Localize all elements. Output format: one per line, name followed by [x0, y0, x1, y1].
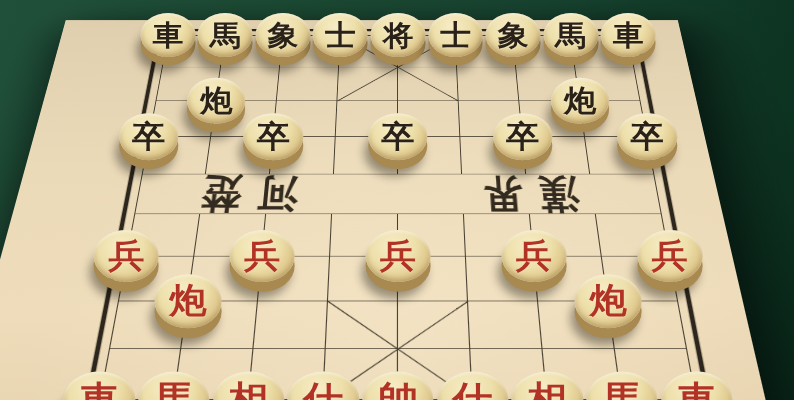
grid-cell	[468, 301, 543, 349]
piece-disc: 炮	[575, 275, 642, 328]
table-felt: 楚河 界漢 車馬象士将士象馬車炮炮卒卒卒卒卒兵兵兵兵兵炮炮車馬相仕帥仕相馬車	[0, 0, 794, 400]
grid-cell	[398, 67, 459, 101]
piece-red-cannon[interactable]: 炮	[575, 275, 642, 328]
piece-red-advisor[interactable]: 仕	[288, 372, 359, 400]
piece-disc: 象	[255, 13, 310, 57]
grid-cell	[134, 174, 206, 214]
piece-character: 馬	[210, 21, 241, 49]
piece-red-advisor[interactable]: 仕	[437, 372, 508, 400]
piece-character: 炮	[589, 284, 626, 318]
piece-disc: 兵	[366, 231, 431, 283]
piece-character: 象	[268, 21, 299, 49]
piece-disc: 卒	[493, 113, 552, 161]
grid-cell	[337, 67, 398, 101]
piece-disc: 帥	[362, 372, 433, 400]
piece-red-general[interactable]: 帥	[362, 372, 433, 400]
piece-red-horse[interactable]: 馬	[586, 372, 657, 400]
piece-disc: 兵	[637, 231, 702, 283]
piece-red-chariot[interactable]: 車	[661, 372, 732, 400]
river-character: 河	[256, 175, 299, 214]
piece-character: 炮	[169, 284, 206, 318]
piece-disc: 車	[140, 13, 195, 57]
piece-red-soldier[interactable]: 兵	[94, 231, 159, 283]
piece-black-soldier[interactable]: 卒	[493, 113, 552, 161]
piece-character: 士	[325, 21, 356, 49]
piece-black-chariot[interactable]: 車	[140, 13, 195, 57]
river-character: 楚	[199, 175, 244, 214]
piece-disc: 炮	[187, 78, 245, 124]
piece-character: 兵	[516, 240, 552, 273]
piece-character: 車	[152, 21, 183, 49]
piece-character: 馬	[555, 21, 586, 49]
piece-black-soldier[interactable]: 卒	[368, 113, 427, 161]
piece-character: 卒	[257, 121, 290, 152]
piece-character: 炮	[200, 86, 232, 116]
grid-cell	[332, 174, 398, 214]
piece-disc: 車	[601, 13, 656, 57]
piece-character: 相	[527, 382, 567, 400]
piece-character: 兵	[108, 240, 144, 273]
piece-disc: 車	[661, 372, 732, 400]
piece-character: 仕	[453, 382, 493, 400]
piece-disc: 兵	[501, 231, 566, 283]
piece-disc: 相	[213, 372, 284, 400]
piece-disc: 士	[313, 13, 368, 57]
grid-cell	[398, 174, 464, 214]
piece-disc: 炮	[154, 275, 221, 328]
piece-character: 卒	[132, 121, 165, 152]
piece-black-elephant[interactable]: 象	[255, 13, 310, 57]
piece-black-general[interactable]: 将	[371, 13, 426, 57]
piece-disc: 卒	[244, 113, 303, 161]
piece-disc: 仕	[288, 372, 359, 400]
piece-black-chariot[interactable]: 車	[601, 13, 656, 57]
piece-red-soldier[interactable]: 兵	[637, 231, 702, 283]
piece-red-horse[interactable]: 馬	[138, 372, 209, 400]
piece-red-chariot[interactable]: 車	[64, 372, 135, 400]
piece-black-cannon[interactable]: 炮	[551, 78, 609, 124]
piece-disc: 卒	[618, 113, 677, 161]
river-character: 界	[482, 175, 525, 214]
piece-red-soldier[interactable]: 兵	[501, 231, 566, 283]
piece-character: 卒	[631, 121, 664, 152]
grid-cell	[398, 301, 470, 349]
piece-character: 兵	[380, 240, 416, 273]
piece-red-soldier[interactable]: 兵	[230, 231, 295, 283]
piece-disc: 兵	[94, 231, 159, 283]
piece-disc: 仕	[437, 372, 508, 400]
piece-character: 馬	[602, 382, 642, 400]
piece-character: 将	[383, 21, 414, 49]
piece-black-horse[interactable]: 馬	[543, 13, 598, 57]
piece-black-cannon[interactable]: 炮	[187, 78, 245, 124]
piece-character: 士	[440, 21, 471, 49]
piece-disc: 将	[371, 13, 426, 57]
xiangqi-board: 楚河 界漢	[0, 20, 786, 400]
piece-red-cannon[interactable]: 炮	[154, 275, 221, 328]
piece-black-horse[interactable]: 馬	[198, 13, 253, 57]
piece-character: 卒	[381, 121, 414, 152]
piece-disc: 馬	[198, 13, 253, 57]
piece-black-soldier[interactable]: 卒	[244, 113, 303, 161]
piece-disc: 士	[428, 13, 483, 57]
piece-character: 炮	[564, 86, 596, 116]
piece-disc: 兵	[230, 231, 295, 283]
piece-black-elephant[interactable]: 象	[486, 13, 541, 57]
piece-disc: 相	[512, 372, 583, 400]
piece-character: 仕	[303, 382, 343, 400]
piece-disc: 馬	[543, 13, 598, 57]
grid-cell	[277, 67, 339, 101]
piece-character: 車	[79, 382, 119, 400]
piece-black-soldier[interactable]: 卒	[618, 113, 677, 161]
piece-red-soldier[interactable]: 兵	[366, 231, 431, 283]
piece-character: 兵	[652, 240, 688, 273]
grid-cell	[590, 174, 662, 214]
piece-disc: 卒	[368, 113, 427, 161]
piece-character: 車	[613, 21, 644, 49]
piece-character: 兵	[244, 240, 280, 273]
river-label-left: 楚河	[200, 181, 299, 207]
piece-disc: 馬	[586, 372, 657, 400]
piece-character: 帥	[378, 382, 418, 400]
piece-disc: 卒	[119, 113, 178, 161]
piece-disc: 車	[64, 372, 135, 400]
piece-character: 馬	[154, 382, 194, 400]
grid-cell	[457, 67, 519, 101]
piece-black-advisor[interactable]: 士	[428, 13, 483, 57]
piece-disc: 象	[486, 13, 541, 57]
grid-cell	[326, 301, 398, 349]
piece-black-soldier[interactable]: 卒	[119, 113, 178, 161]
grid-cell	[253, 301, 328, 349]
piece-black-advisor[interactable]: 士	[313, 13, 368, 57]
piece-red-elephant[interactable]: 相	[213, 372, 284, 400]
piece-character: 相	[229, 382, 269, 400]
piece-character: 卒	[506, 121, 539, 152]
river-label-right: 界漢	[482, 181, 580, 207]
river-character: 漢	[537, 175, 581, 214]
piece-character: 象	[498, 21, 529, 49]
piece-red-elephant[interactable]: 相	[512, 372, 583, 400]
piece-disc: 炮	[551, 78, 609, 124]
piece-disc: 馬	[138, 372, 209, 400]
piece-character: 車	[677, 382, 717, 400]
